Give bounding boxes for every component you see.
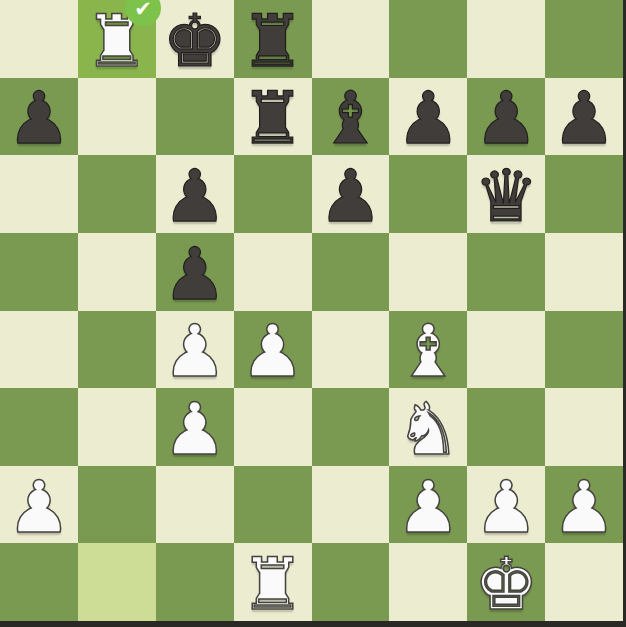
white-pawn[interactable]: ♟: [396, 471, 461, 543]
black-pawn[interactable]: ♟: [318, 160, 383, 232]
square-h4[interactable]: [545, 311, 623, 389]
square-e1[interactable]: [312, 543, 390, 621]
white-pawn[interactable]: ♟: [240, 315, 305, 387]
square-a2[interactable]: ♟: [0, 466, 78, 544]
black-king[interactable]: ♚: [162, 5, 227, 77]
square-g7[interactable]: ♟: [467, 78, 545, 156]
square-h3[interactable]: [545, 388, 623, 466]
square-f3[interactable]: ♞: [389, 388, 467, 466]
square-f6[interactable]: [389, 155, 467, 233]
black-pawn[interactable]: ♟: [396, 82, 461, 154]
square-e2[interactable]: [312, 466, 390, 544]
square-g8[interactable]: [467, 0, 545, 78]
square-f2[interactable]: ♟: [389, 466, 467, 544]
square-b3[interactable]: [78, 388, 156, 466]
chess-board: ♜♚♜♟♜♝♟♟♟♟♟♛♟♟♟♝♟♞♟♟♟♟♜♚: [0, 0, 623, 621]
square-g2[interactable]: ♟: [467, 466, 545, 544]
square-b1[interactable]: [78, 543, 156, 621]
square-h8[interactable]: [545, 0, 623, 78]
black-rook[interactable]: ♜: [240, 82, 305, 154]
square-g5[interactable]: [467, 233, 545, 311]
white-pawn[interactable]: ♟: [474, 471, 539, 543]
square-d1[interactable]: ♜: [234, 543, 312, 621]
white-pawn[interactable]: ♟: [162, 393, 227, 465]
square-c6[interactable]: ♟: [156, 155, 234, 233]
black-pawn[interactable]: ♟: [7, 82, 72, 154]
square-c2[interactable]: [156, 466, 234, 544]
square-g4[interactable]: [467, 311, 545, 389]
square-h7[interactable]: ♟: [545, 78, 623, 156]
square-d3[interactable]: [234, 388, 312, 466]
white-rook[interactable]: ♜: [240, 548, 305, 620]
square-d6[interactable]: [234, 155, 312, 233]
square-f1[interactable]: [389, 543, 467, 621]
square-e8[interactable]: [312, 0, 390, 78]
white-king[interactable]: ♚: [474, 548, 539, 620]
square-f8[interactable]: [389, 0, 467, 78]
square-d2[interactable]: [234, 466, 312, 544]
square-g1[interactable]: ♚: [467, 543, 545, 621]
black-queen[interactable]: ♛: [474, 160, 539, 232]
square-c7[interactable]: [156, 78, 234, 156]
square-c8[interactable]: ♚: [156, 0, 234, 78]
square-b2[interactable]: [78, 466, 156, 544]
square-c5[interactable]: ♟: [156, 233, 234, 311]
square-b6[interactable]: [78, 155, 156, 233]
square-c1[interactable]: [156, 543, 234, 621]
white-bishop[interactable]: ♝: [396, 315, 461, 387]
black-rook[interactable]: ♜: [240, 5, 305, 77]
square-d8[interactable]: ♜: [234, 0, 312, 78]
square-e7[interactable]: ♝: [312, 78, 390, 156]
square-f4[interactable]: ♝: [389, 311, 467, 389]
square-a6[interactable]: [0, 155, 78, 233]
square-e3[interactable]: [312, 388, 390, 466]
square-a4[interactable]: [0, 311, 78, 389]
square-a5[interactable]: [0, 233, 78, 311]
square-b7[interactable]: [78, 78, 156, 156]
square-a3[interactable]: [0, 388, 78, 466]
white-pawn[interactable]: ♟: [162, 315, 227, 387]
square-g6[interactable]: ♛: [467, 155, 545, 233]
square-h1[interactable]: [545, 543, 623, 621]
square-a7[interactable]: ♟: [0, 78, 78, 156]
square-a8[interactable]: [0, 0, 78, 78]
square-g3[interactable]: [467, 388, 545, 466]
white-pawn[interactable]: ♟: [7, 471, 72, 543]
square-a1[interactable]: [0, 543, 78, 621]
black-pawn[interactable]: ♟: [162, 160, 227, 232]
black-bishop[interactable]: ♝: [318, 82, 383, 154]
square-b4[interactable]: [78, 311, 156, 389]
square-e4[interactable]: [312, 311, 390, 389]
square-f5[interactable]: [389, 233, 467, 311]
black-pawn[interactable]: ♟: [474, 82, 539, 154]
square-f7[interactable]: ♟: [389, 78, 467, 156]
black-pawn[interactable]: ♟: [162, 238, 227, 310]
square-h5[interactable]: [545, 233, 623, 311]
square-d5[interactable]: [234, 233, 312, 311]
square-h2[interactable]: ♟: [545, 466, 623, 544]
square-e6[interactable]: ♟: [312, 155, 390, 233]
board-frame: ♜♚♜♟♜♝♟♟♟♟♟♛♟♟♟♝♟♞♟♟♟♟♜♚ ✔: [0, 0, 626, 627]
white-knight[interactable]: ♞: [396, 393, 461, 465]
square-h6[interactable]: [545, 155, 623, 233]
square-c3[interactable]: ♟: [156, 388, 234, 466]
white-pawn[interactable]: ♟: [552, 471, 617, 543]
square-d4[interactable]: ♟: [234, 311, 312, 389]
check-icon: ✔: [134, 0, 152, 20]
square-c4[interactable]: ♟: [156, 311, 234, 389]
black-pawn[interactable]: ♟: [552, 82, 617, 154]
square-b5[interactable]: [78, 233, 156, 311]
square-d7[interactable]: ♜: [234, 78, 312, 156]
square-e5[interactable]: [312, 233, 390, 311]
